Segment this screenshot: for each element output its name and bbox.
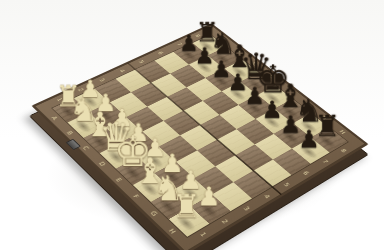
board-grid: ♜♞♝♛♚♝♞♜♟♟♟♟♟♟♟♟♟♟♟♟♟♟♟♟♜♞♝♛♚♝♞♜ [52, 35, 347, 237]
board-frame: ABCDEFGH ABCDEFGH 87654321 87654321 ♜♞♝♛… [31, 23, 368, 250]
photo-background: ABCDEFGH ABCDEFGH 87654321 87654321 ♜♞♝♛… [0, 0, 384, 250]
square-g6[interactable] [255, 133, 292, 159]
board-tilt-wrapper: ABCDEFGH ABCDEFGH 87654321 87654321 ♜♞♝♛… [0, 0, 384, 250]
piece-glyph: ♟ [291, 127, 328, 151]
chessboard: ABCDEFGH ABCDEFGH 87654321 87654321 ♜♞♝♛… [31, 23, 368, 250]
perspective-wrapper: ABCDEFGH ABCDEFGH 87654321 87654321 ♜♞♝♛… [0, 0, 384, 250]
piece-glyph: ♜ [167, 191, 207, 223]
